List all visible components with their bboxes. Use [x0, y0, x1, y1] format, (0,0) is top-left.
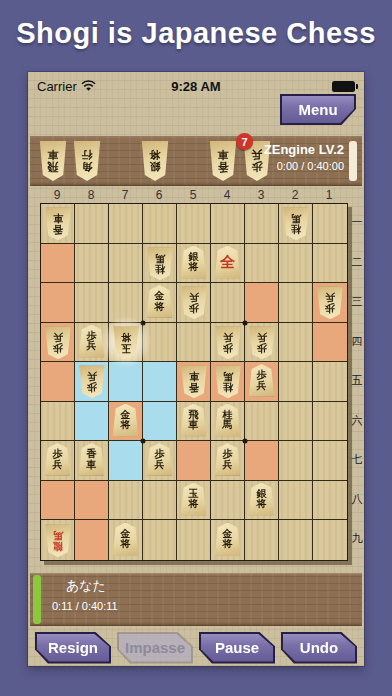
hand-slot: 香車 [206, 139, 240, 183]
hand-piece-香車[interactable]: 香車 [208, 141, 238, 181]
square-91[interactable]: 香車 [41, 204, 75, 244]
square-88[interactable] [75, 481, 109, 521]
square-21[interactable]: 桂馬 [279, 204, 313, 244]
piece-49[interactable]: 金将 [213, 523, 242, 556]
square-62[interactable]: 桂馬 [143, 244, 177, 284]
file-label-2: 2 [278, 188, 312, 203]
square-13[interactable]: 歩兵 [313, 283, 347, 323]
hand-piece-飛車[interactable]: 飛車 [38, 141, 68, 181]
piece-56[interactable]: 飛車 [179, 404, 208, 437]
square-57[interactable] [177, 441, 211, 481]
file-label-7: 7 [108, 188, 142, 203]
file-label-4: 4 [210, 188, 244, 203]
opponent-time-bar [349, 141, 357, 181]
battery-icon [332, 81, 355, 92]
rank-label-2: 二 [350, 243, 364, 283]
hand-slot: 角行 [70, 139, 104, 183]
piece-62[interactable]: 桂馬 [145, 247, 174, 280]
square-17[interactable] [313, 441, 347, 481]
square-18[interactable] [313, 481, 347, 521]
square-16[interactable] [313, 402, 347, 442]
square-54[interactable] [177, 323, 211, 363]
menu-button[interactable]: Menu [280, 94, 356, 125]
rank-label-4: 四 [350, 322, 364, 362]
square-58[interactable]: 玉将 [177, 481, 211, 521]
square-65[interactable] [143, 362, 177, 402]
hand-piece-角行[interactable]: 角行 [72, 141, 102, 181]
star-point [243, 320, 248, 325]
square-39[interactable] [245, 520, 279, 560]
square-22[interactable] [279, 244, 313, 284]
hand-slot: 飛車 [36, 139, 70, 183]
square-59[interactable] [177, 520, 211, 560]
piece-44[interactable]: 歩兵 [213, 326, 242, 359]
square-35[interactable]: 歩兵 [245, 362, 279, 402]
wifi-icon [81, 80, 96, 92]
rank-label-9: 九 [350, 519, 364, 559]
hand-count-badge: 7 [236, 133, 253, 150]
piece-79[interactable]: 金将 [111, 523, 140, 556]
square-28[interactable] [279, 481, 313, 521]
square-33[interactable] [245, 283, 279, 323]
square-25[interactable] [279, 362, 313, 402]
player-time-bar [33, 575, 41, 624]
square-29[interactable] [279, 520, 313, 560]
square-11[interactable] [313, 204, 347, 244]
square-78[interactable] [109, 481, 143, 521]
opponent-hand: 飛車角行銀将香車歩兵7 [36, 139, 286, 183]
square-47[interactable]: 歩兵 [211, 441, 245, 481]
square-75[interactable] [109, 362, 143, 402]
square-42[interactable]: 全 [211, 244, 245, 284]
impasse-button[interactable]: Impasse [117, 632, 193, 664]
piece-94[interactable]: 歩兵 [43, 326, 72, 359]
square-51[interactable] [177, 204, 211, 244]
player-name: あなた [52, 577, 118, 595]
star-point [141, 439, 146, 444]
square-68[interactable] [143, 481, 177, 521]
square-41[interactable] [211, 204, 245, 244]
square-19[interactable] [313, 520, 347, 560]
opponent-name: ZEngine LV.2 [264, 142, 344, 157]
square-98[interactable] [41, 481, 75, 521]
opponent-clock: 0:00 / 0:40:00 [264, 160, 344, 172]
square-69[interactable] [143, 520, 177, 560]
piece-99[interactable]: 龍馬 [43, 524, 72, 557]
promo-banner: Shogi is Japanese Chess [0, 0, 392, 66]
undo-button[interactable]: Undo [281, 632, 357, 664]
square-43[interactable] [211, 283, 245, 323]
square-87[interactable]: 香車 [75, 441, 109, 481]
board-area: 987654321 香車桂馬桂馬銀将全金将歩兵歩兵歩兵歩兵玉将歩兵歩兵歩兵香車桂… [28, 186, 364, 561]
resign-button[interactable]: Resign [35, 632, 111, 664]
square-93[interactable] [41, 283, 75, 323]
square-66[interactable] [143, 402, 177, 442]
square-38[interactable]: 銀将 [245, 481, 279, 521]
piece-76[interactable]: 金将 [111, 404, 140, 437]
piece-35[interactable]: 歩兵 [247, 364, 276, 397]
square-95[interactable] [41, 362, 75, 402]
piece-46[interactable]: 桂馬 [213, 404, 242, 437]
square-77[interactable] [109, 441, 143, 481]
piece-58[interactable]: 玉将 [179, 483, 208, 516]
rank-label-7: 七 [350, 440, 364, 480]
piece-63[interactable]: 金将 [145, 285, 174, 318]
square-86[interactable] [75, 402, 109, 442]
piece-34[interactable]: 歩兵 [247, 326, 276, 359]
undo-button-label: Undo [283, 634, 355, 662]
file-labels: 987654321 [40, 188, 364, 203]
app-screen: Carrier 9:28 AM Menu 飛車角行銀将香車歩兵7 ZEngine… [28, 72, 364, 666]
piece-55[interactable]: 香車 [179, 365, 208, 398]
square-74[interactable]: 玉将 [109, 323, 143, 363]
star-point [243, 439, 248, 444]
square-24[interactable] [279, 323, 313, 363]
rank-label-8: 八 [350, 480, 364, 520]
rank-label-6: 六 [350, 401, 364, 441]
square-56[interactable]: 飛車 [177, 402, 211, 442]
square-99[interactable]: 龍馬 [41, 520, 75, 560]
square-46[interactable]: 桂馬 [211, 402, 245, 442]
piece-45[interactable]: 桂馬 [213, 365, 242, 398]
player-tray: あなた 0:11 / 0:40:11 [30, 573, 362, 626]
resign-button-label: Resign [37, 634, 109, 662]
piece-21[interactable]: 桂馬 [281, 207, 310, 240]
square-45[interactable]: 桂馬 [211, 362, 245, 402]
square-52[interactable]: 銀将 [177, 244, 211, 284]
piece-47[interactable]: 歩兵 [213, 443, 242, 476]
pause-button-label: Pause [201, 634, 273, 662]
piece-13[interactable]: 歩兵 [316, 286, 345, 319]
square-92[interactable] [41, 244, 75, 284]
hand-piece-銀将[interactable]: 銀将 [140, 141, 170, 181]
square-82[interactable] [75, 244, 109, 284]
menu-button-label: Menu [282, 96, 354, 123]
square-27[interactable] [279, 441, 313, 481]
square-76[interactable]: 金将 [109, 402, 143, 442]
square-15[interactable] [313, 362, 347, 402]
status-time: 9:28 AM [147, 79, 245, 94]
square-81[interactable] [75, 204, 109, 244]
rank-label-3: 三 [350, 282, 364, 322]
piece-85[interactable]: 歩兵 [77, 365, 106, 398]
impasse-button-label: Impasse [119, 634, 191, 662]
file-label-5: 5 [176, 188, 210, 203]
file-label-1: 1 [312, 188, 346, 203]
square-37[interactable] [245, 441, 279, 481]
square-55[interactable]: 香車 [177, 362, 211, 402]
square-26[interactable] [279, 402, 313, 442]
square-53[interactable]: 歩兵 [177, 283, 211, 323]
file-label-6: 6 [142, 188, 176, 203]
hand-slot: 銀将 [138, 139, 172, 183]
file-label-3: 3 [244, 188, 278, 203]
button-bar: Resign Impasse Pause Undo [28, 626, 364, 670]
menu-row: Menu [28, 100, 364, 136]
square-31[interactable] [245, 204, 279, 244]
square-44[interactable]: 歩兵 [211, 323, 245, 363]
piece-52[interactable]: 銀将 [179, 246, 208, 279]
file-label-8: 8 [74, 188, 108, 203]
square-23[interactable] [279, 283, 313, 323]
piece-67[interactable]: 歩兵 [145, 443, 174, 476]
piece-38[interactable]: 銀将 [247, 483, 276, 516]
file-label-9: 9 [40, 188, 74, 203]
square-97[interactable]: 歩兵 [41, 441, 75, 481]
board: 香車桂馬桂馬銀将全金将歩兵歩兵歩兵歩兵玉将歩兵歩兵歩兵香車桂馬歩兵金将飛車桂馬歩… [40, 203, 348, 561]
square-14[interactable] [313, 323, 347, 363]
pause-button[interactable]: Pause [199, 632, 275, 664]
square-32[interactable] [245, 244, 279, 284]
rank-label-1: 一 [350, 203, 364, 243]
square-34[interactable]: 歩兵 [245, 323, 279, 363]
square-79[interactable]: 金将 [109, 520, 143, 560]
piece-87[interactable]: 香車 [77, 443, 106, 476]
square-72[interactable] [109, 244, 143, 284]
square-96[interactable] [41, 402, 75, 442]
square-36[interactable] [245, 402, 279, 442]
rank-label-5: 五 [350, 361, 364, 401]
banner-title: Shogi is Japanese Chess [16, 17, 376, 50]
square-12[interactable] [313, 244, 347, 284]
piece-53[interactable]: 歩兵 [179, 286, 208, 319]
square-63[interactable]: 金将 [143, 283, 177, 323]
square-49[interactable]: 金将 [211, 520, 245, 560]
carrier-label: Carrier [37, 79, 77, 94]
player-clock: 0:11 / 0:40:11 [52, 600, 118, 612]
piece-91[interactable]: 香車 [43, 207, 72, 240]
square-48[interactable] [211, 481, 245, 521]
piece-42[interactable]: 全 [213, 246, 242, 279]
square-85[interactable]: 歩兵 [75, 362, 109, 402]
square-89[interactable] [75, 520, 109, 560]
square-61[interactable] [143, 204, 177, 244]
square-67[interactable]: 歩兵 [143, 441, 177, 481]
opponent-tray: 飛車角行銀将香車歩兵7 ZEngine LV.2 0:00 / 0:40:00 [30, 136, 362, 186]
square-71[interactable] [109, 204, 143, 244]
square-94[interactable]: 歩兵 [41, 323, 75, 363]
rank-labels: 一二三四五六七八九 [350, 203, 364, 559]
piece-97[interactable]: 歩兵 [43, 443, 72, 476]
